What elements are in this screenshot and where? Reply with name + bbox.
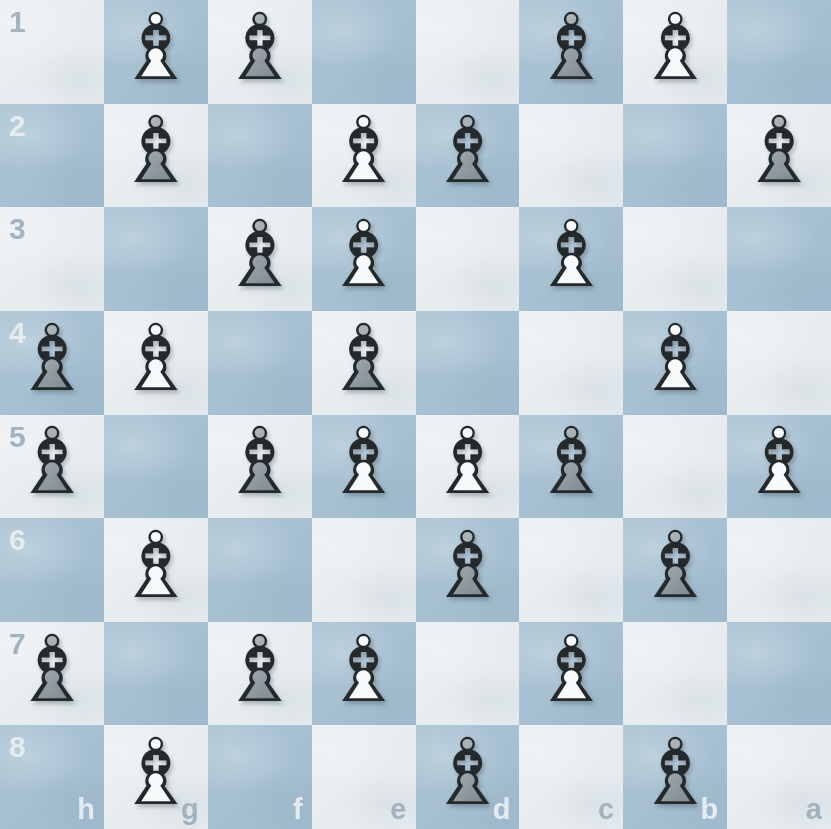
black-bishop[interactable]: ♝♗: [104, 104, 208, 208]
bishop-glyph-outline: ♗: [738, 416, 820, 508]
black-bishop[interactable]: ♝♗: [519, 0, 623, 104]
square-b2[interactable]: [623, 104, 727, 208]
square-g3[interactable]: [104, 207, 208, 311]
square-c1[interactable]: ♝♗: [519, 0, 623, 104]
bishop-glyph-outline: ♗: [426, 105, 508, 197]
square-d4[interactable]: [416, 311, 520, 415]
square-g4[interactable]: ♝♗: [104, 311, 208, 415]
file-label-e: e: [390, 793, 406, 826]
square-e2[interactable]: ♝♗: [312, 104, 416, 208]
square-a8[interactable]: a: [727, 725, 831, 829]
square-d2[interactable]: ♝♗: [416, 104, 520, 208]
square-b1[interactable]: ♝♗: [623, 0, 727, 104]
black-bishop[interactable]: ♝♗: [416, 725, 520, 829]
square-e1[interactable]: [312, 0, 416, 104]
bishop-glyph-outline: ♗: [11, 416, 93, 508]
bishop-glyph-outline: ♗: [530, 416, 612, 508]
white-bishop[interactable]: ♝♗: [623, 0, 727, 104]
black-bishop[interactable]: ♝♗: [0, 415, 104, 519]
rank-label-8: 8: [9, 730, 26, 764]
bishop-glyph-outline: ♗: [322, 624, 404, 716]
square-g5[interactable]: [104, 415, 208, 519]
square-g2[interactable]: ♝♗: [104, 104, 208, 208]
file-label-h: h: [77, 793, 95, 826]
square-a6[interactable]: [727, 518, 831, 622]
square-h8[interactable]: 8h: [0, 725, 104, 829]
black-bishop[interactable]: ♝♗: [416, 518, 520, 622]
bishop-glyph-outline: ♗: [115, 313, 197, 405]
bishop-glyph-outline: ♗: [634, 313, 716, 405]
bishop-glyph-outline: ♗: [322, 313, 404, 405]
square-d7[interactable]: [416, 622, 520, 726]
square-f5[interactable]: ♝♗: [208, 415, 312, 519]
square-a2[interactable]: ♝♗: [727, 104, 831, 208]
square-h5[interactable]: ♝♗5: [0, 415, 104, 519]
black-bishop[interactable]: ♝♗: [623, 518, 727, 622]
square-f2[interactable]: [208, 104, 312, 208]
square-f3[interactable]: ♝♗: [208, 207, 312, 311]
white-bishop[interactable]: ♝♗: [416, 415, 520, 519]
bishop-glyph-outline: ♗: [530, 624, 612, 716]
white-bishop[interactable]: ♝♗: [623, 311, 727, 415]
square-a3[interactable]: [727, 207, 831, 311]
square-c5[interactable]: ♝♗: [519, 415, 623, 519]
white-bishop[interactable]: ♝♗: [104, 0, 208, 104]
black-bishop[interactable]: ♝♗: [519, 415, 623, 519]
square-h4[interactable]: ♝♗4: [0, 311, 104, 415]
rank-label-1: 1: [9, 5, 26, 39]
bishop-glyph-outline: ♗: [115, 727, 197, 819]
square-f7[interactable]: ♝♗: [208, 622, 312, 726]
square-b6[interactable]: ♝♗: [623, 518, 727, 622]
square-c6[interactable]: [519, 518, 623, 622]
square-g6[interactable]: ♝♗: [104, 518, 208, 622]
black-bishop[interactable]: ♝♗: [208, 622, 312, 726]
square-h6[interactable]: 6: [0, 518, 104, 622]
file-label-c: c: [598, 793, 614, 826]
bishop-glyph-outline: ♗: [218, 624, 300, 716]
file-label-f: f: [293, 793, 303, 826]
bishop-glyph-outline: ♗: [426, 727, 508, 819]
white-bishop[interactable]: ♝♗: [519, 207, 623, 311]
black-bishop[interactable]: ♝♗: [0, 311, 104, 415]
black-bishop[interactable]: ♝♗: [208, 207, 312, 311]
square-f8[interactable]: f: [208, 725, 312, 829]
square-e4[interactable]: ♝♗: [312, 311, 416, 415]
bishop-glyph-outline: ♗: [322, 416, 404, 508]
white-bishop[interactable]: ♝♗: [312, 415, 416, 519]
bishop-glyph-outline: ♗: [530, 2, 612, 94]
white-bishop[interactable]: ♝♗: [104, 518, 208, 622]
square-c2[interactable]: [519, 104, 623, 208]
white-bishop[interactable]: ♝♗: [312, 104, 416, 208]
square-d6[interactable]: ♝♗: [416, 518, 520, 622]
square-e3[interactable]: ♝♗: [312, 207, 416, 311]
square-a5[interactable]: ♝♗: [727, 415, 831, 519]
bishop-glyph-outline: ♗: [426, 416, 508, 508]
bishop-glyph-outline: ♗: [634, 2, 716, 94]
square-d1[interactable]: [416, 0, 520, 104]
square-g7[interactable]: [104, 622, 208, 726]
black-bishop[interactable]: ♝♗: [208, 415, 312, 519]
square-h3[interactable]: 3: [0, 207, 104, 311]
square-d5[interactable]: ♝♗: [416, 415, 520, 519]
square-e8[interactable]: e: [312, 725, 416, 829]
white-bishop[interactable]: ♝♗: [104, 311, 208, 415]
bishop-glyph-outline: ♗: [11, 313, 93, 405]
square-c7[interactable]: ♝♗: [519, 622, 623, 726]
bishop-glyph-outline: ♗: [115, 105, 197, 197]
square-h7[interactable]: ♝♗7: [0, 622, 104, 726]
square-d3[interactable]: [416, 207, 520, 311]
bishop-glyph-outline: ♗: [218, 416, 300, 508]
square-c3[interactable]: ♝♗: [519, 207, 623, 311]
square-a1[interactable]: [727, 0, 831, 104]
black-bishop[interactable]: ♝♗: [727, 104, 831, 208]
square-g8[interactable]: ♝♗g: [104, 725, 208, 829]
black-bishop[interactable]: ♝♗: [208, 0, 312, 104]
square-e5[interactable]: ♝♗: [312, 415, 416, 519]
square-h1[interactable]: 1: [0, 0, 104, 104]
square-g1[interactable]: ♝♗: [104, 0, 208, 104]
white-bishop[interactable]: ♝♗: [312, 207, 416, 311]
square-f6[interactable]: [208, 518, 312, 622]
black-bishop[interactable]: ♝♗: [416, 104, 520, 208]
square-c8[interactable]: c: [519, 725, 623, 829]
bishop-glyph-outline: ♗: [322, 209, 404, 301]
bishop-glyph-outline: ♗: [11, 624, 93, 716]
white-bishop[interactable]: ♝♗: [104, 725, 208, 829]
rank-label-2: 2: [9, 109, 26, 143]
bishop-glyph-outline: ♗: [426, 520, 508, 612]
square-a7[interactable]: [727, 622, 831, 726]
square-b8[interactable]: ♝♗b: [623, 725, 727, 829]
bishop-glyph-outline: ♗: [530, 209, 612, 301]
square-b7[interactable]: [623, 622, 727, 726]
chess-board: 1♝♗♝♗♝♗♝♗2♝♗♝♗♝♗♝♗3♝♗♝♗♝♗♝♗4♝♗♝♗♝♗♝♗5♝♗♝…: [0, 0, 831, 829]
white-bishop[interactable]: ♝♗: [519, 622, 623, 726]
bishop-glyph-outline: ♗: [218, 2, 300, 94]
square-f4[interactable]: [208, 311, 312, 415]
bishop-glyph-outline: ♗: [634, 727, 716, 819]
bishop-glyph-outline: ♗: [322, 105, 404, 197]
square-e7[interactable]: ♝♗: [312, 622, 416, 726]
bishop-glyph-outline: ♗: [218, 209, 300, 301]
black-bishop[interactable]: ♝♗: [623, 725, 727, 829]
bishop-glyph-outline: ♗: [115, 520, 197, 612]
square-h2[interactable]: 2: [0, 104, 104, 208]
bishop-glyph-outline: ♗: [738, 105, 820, 197]
square-d8[interactable]: ♝♗d: [416, 725, 520, 829]
bishop-glyph-outline: ♗: [634, 520, 716, 612]
file-label-a: a: [806, 793, 822, 826]
white-bishop[interactable]: ♝♗: [727, 415, 831, 519]
rank-label-6: 6: [9, 523, 26, 557]
square-b5[interactable]: [623, 415, 727, 519]
square-e6[interactable]: [312, 518, 416, 622]
square-f1[interactable]: ♝♗: [208, 0, 312, 104]
square-a4[interactable]: [727, 311, 831, 415]
rank-label-3: 3: [9, 212, 26, 246]
square-b3[interactable]: [623, 207, 727, 311]
white-bishop[interactable]: ♝♗: [312, 622, 416, 726]
square-c4[interactable]: [519, 311, 623, 415]
black-bishop[interactable]: ♝♗: [312, 311, 416, 415]
square-b4[interactable]: ♝♗: [623, 311, 727, 415]
bishop-glyph-outline: ♗: [115, 2, 197, 94]
black-bishop[interactable]: ♝♗: [0, 622, 104, 726]
